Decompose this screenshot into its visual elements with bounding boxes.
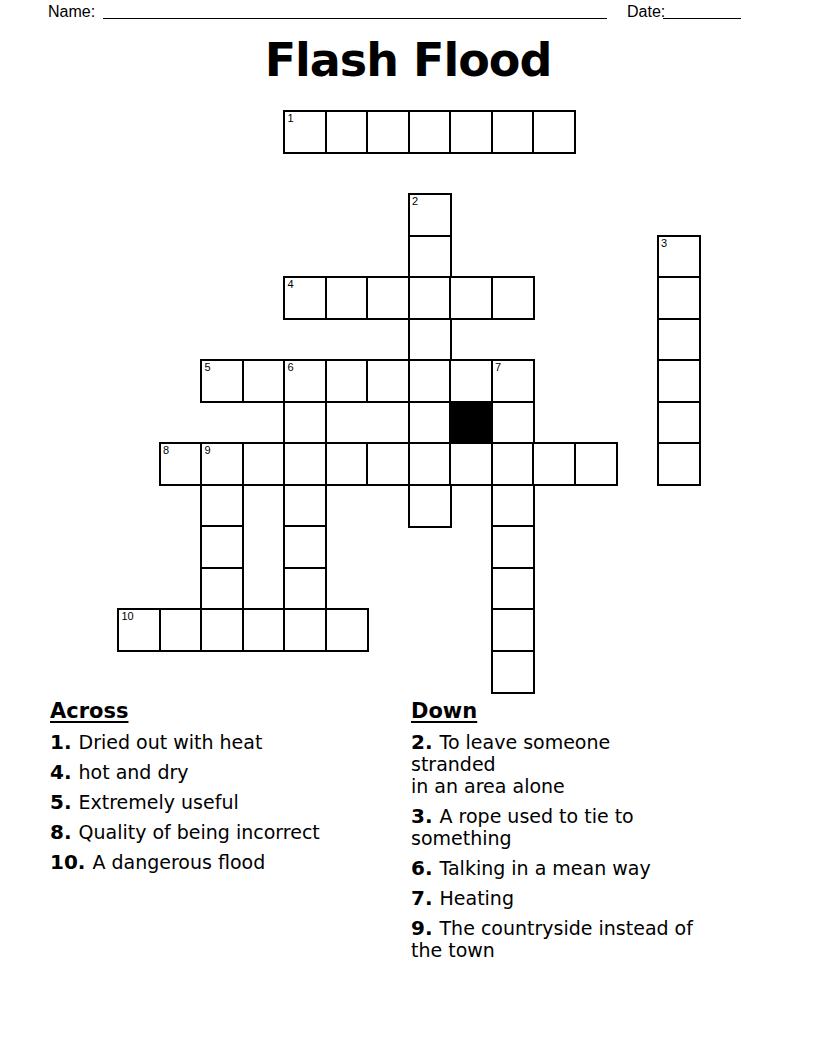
down-clues: Down 2.To leave someone stranded in an a… xyxy=(411,700,699,969)
clue-down-7-number: 7. xyxy=(411,886,433,910)
crossword-cell[interactable] xyxy=(242,359,286,403)
crossword-cell[interactable] xyxy=(449,110,493,154)
crossword-cell[interactable] xyxy=(325,276,369,320)
clue-number: 8 xyxy=(163,445,169,456)
crossword-cell[interactable] xyxy=(657,359,701,403)
clue-across-1-number: 1. xyxy=(50,730,72,754)
crossword-cell[interactable] xyxy=(325,608,369,652)
across-clues: Across 1.Dried out with heat 4.hot and d… xyxy=(50,700,402,881)
down-heading: Down xyxy=(411,700,699,723)
clue-down-3-number: 3. xyxy=(411,804,433,828)
crossword-cell[interactable]: 8 xyxy=(159,442,203,486)
clue-down-6: 6.Talking in a mean way xyxy=(411,857,699,879)
clue-number: 7 xyxy=(495,362,501,373)
crossword-cell[interactable] xyxy=(657,442,701,486)
crossword-cell[interactable] xyxy=(532,442,576,486)
crossword-cell[interactable] xyxy=(491,442,535,486)
across-heading: Across xyxy=(50,700,402,723)
clue-number: 4 xyxy=(288,279,294,290)
crossword-cell[interactable] xyxy=(200,525,244,569)
crossword-cell[interactable] xyxy=(283,567,327,611)
crossword-cell[interactable] xyxy=(283,525,327,569)
crossword-cell[interactable]: 7 xyxy=(491,359,535,403)
clue-down-3: 3.A rope used to tie to something xyxy=(411,805,699,849)
clue-down-2: 2.To leave someone stranded in an area a… xyxy=(411,731,699,797)
clue-across-4-number: 4. xyxy=(50,760,72,784)
crossword-cell[interactable] xyxy=(325,110,369,154)
crossword-cell[interactable] xyxy=(408,318,452,362)
crossword-cell[interactable] xyxy=(491,608,535,652)
crossword-cell[interactable] xyxy=(283,401,327,445)
clue-across-8: 8.Quality of being incorrect xyxy=(50,821,402,843)
crossword-cell[interactable] xyxy=(449,276,493,320)
crossword-cell[interactable] xyxy=(491,650,535,694)
crossword-cell[interactable] xyxy=(449,442,493,486)
clue-across-4-text: hot and dry xyxy=(79,761,189,783)
clue-down-6-text: Talking in a mean way xyxy=(440,857,651,879)
crossword-cell[interactable] xyxy=(657,318,701,362)
crossword-cell[interactable] xyxy=(200,567,244,611)
clue-across-8-number: 8. xyxy=(50,820,72,844)
crossword-cell[interactable] xyxy=(449,359,493,403)
crossword-cell[interactable]: 9 xyxy=(200,442,244,486)
crossword-cell[interactable] xyxy=(491,525,535,569)
crossword-cell[interactable] xyxy=(408,359,452,403)
clue-down-2-number: 2. xyxy=(411,730,433,754)
crossword-cell[interactable] xyxy=(325,442,369,486)
crossword-cell[interactable]: 4 xyxy=(283,276,327,320)
clue-down-9: 9.The countryside instead of the town xyxy=(411,917,699,961)
clue-number: 3 xyxy=(661,238,667,249)
clue-across-5: 5.Extremely useful xyxy=(50,791,402,813)
crossword-cell[interactable] xyxy=(283,484,327,528)
crossword-cell[interactable] xyxy=(283,608,327,652)
crossword-cell[interactable] xyxy=(408,235,452,279)
clue-down-3-text: A rope used to tie to something xyxy=(411,805,634,849)
clue-number: 1 xyxy=(288,113,294,124)
clue-down-2-text: To leave someone stranded in an area alo… xyxy=(411,731,610,797)
crossword-cell[interactable] xyxy=(242,608,286,652)
clue-across-5-number: 5. xyxy=(50,790,72,814)
clue-across-10-text: A dangerous flood xyxy=(92,851,265,873)
crossword-cell[interactable]: 1 xyxy=(283,110,327,154)
crossword-cell[interactable]: 6 xyxy=(283,359,327,403)
clue-down-7-text: Heating xyxy=(440,887,514,909)
crossword-cell[interactable] xyxy=(159,608,203,652)
clue-down-6-number: 6. xyxy=(411,856,433,880)
crossword-cell[interactable] xyxy=(491,567,535,611)
clue-number: 6 xyxy=(288,362,294,373)
clue-across-5-text: Extremely useful xyxy=(79,791,239,813)
crossword-cell[interactable] xyxy=(491,401,535,445)
crossword-cell[interactable] xyxy=(408,442,452,486)
crossword-cell[interactable] xyxy=(408,484,452,528)
crossword-cell[interactable] xyxy=(200,484,244,528)
crossword-cell[interactable]: 10 xyxy=(117,608,161,652)
clue-number: 9 xyxy=(205,445,211,456)
crossword-cell[interactable] xyxy=(366,110,410,154)
clue-across-1: 1.Dried out with heat xyxy=(50,731,402,753)
clue-down-9-text: The countryside instead of the town xyxy=(411,917,693,961)
clue-across-8-text: Quality of being incorrect xyxy=(79,821,320,843)
crossword-cell[interactable] xyxy=(242,442,286,486)
crossword-cell[interactable] xyxy=(491,276,535,320)
clue-across-4: 4.hot and dry xyxy=(50,761,402,783)
crossword-cell[interactable] xyxy=(200,608,244,652)
crossword-cell[interactable] xyxy=(532,110,576,154)
crossword-cell[interactable] xyxy=(366,442,410,486)
crossword-cell[interactable] xyxy=(283,442,327,486)
clue-down-7: 7.Heating xyxy=(411,887,699,909)
crossword-cell[interactable] xyxy=(657,276,701,320)
crossword-cell[interactable] xyxy=(491,110,535,154)
crossword-cell[interactable] xyxy=(408,110,452,154)
clue-down-9-number: 9. xyxy=(411,916,433,940)
crossword-cell[interactable]: 3 xyxy=(657,235,701,279)
clue-number: 2 xyxy=(412,196,418,207)
clue-across-10-number: 10. xyxy=(50,850,85,874)
clue-across-10: 10.A dangerous flood xyxy=(50,851,402,873)
clue-number: 10 xyxy=(122,611,134,622)
crossword-cell[interactable] xyxy=(657,401,701,445)
blocked-cell xyxy=(449,401,493,445)
crossword-cell[interactable] xyxy=(408,401,452,445)
clue-across-1-text: Dried out with heat xyxy=(79,731,263,753)
crossword-cell[interactable] xyxy=(574,442,618,486)
crossword-cell[interactable] xyxy=(325,359,369,403)
crossword-cell[interactable] xyxy=(491,484,535,528)
crossword-cell[interactable] xyxy=(366,276,410,320)
crossword-cell[interactable]: 5 xyxy=(200,359,244,403)
crossword-cell[interactable] xyxy=(366,359,410,403)
crossword-cell[interactable]: 2 xyxy=(408,193,452,237)
clue-number: 5 xyxy=(205,362,211,373)
crossword-cell[interactable] xyxy=(408,276,452,320)
